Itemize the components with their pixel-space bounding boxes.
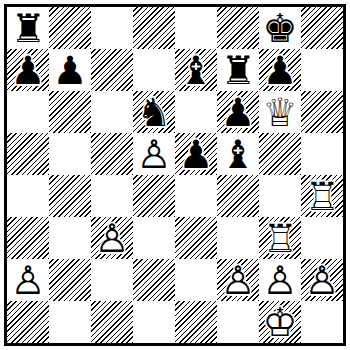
square-d6[interactable]: ♞♞ (133, 91, 175, 133)
black-pawn-halo: ♟ (49, 49, 91, 91)
square-f4[interactable] (217, 175, 259, 217)
square-d3[interactable] (133, 217, 175, 259)
square-g4[interactable] (259, 175, 301, 217)
square-g6[interactable]: ♛♕ (259, 91, 301, 133)
square-h4[interactable]: ♜♖ (301, 175, 343, 217)
black-knight-halo: ♞ (133, 91, 175, 133)
square-e3[interactable] (175, 217, 217, 259)
square-e2[interactable] (175, 259, 217, 301)
black-king-piece: ♚ (259, 7, 301, 49)
white-pawn-halo: ♟ (259, 259, 301, 301)
square-g5[interactable] (259, 133, 301, 175)
square-h1[interactable] (301, 301, 343, 343)
square-g8[interactable]: ♚♚ (259, 7, 301, 49)
square-a5[interactable] (7, 133, 49, 175)
white-pawn-piece: ♙ (91, 217, 133, 259)
square-h6[interactable] (301, 91, 343, 133)
black-knight-piece: ♞ (133, 91, 175, 133)
square-b1[interactable] (49, 301, 91, 343)
square-c4[interactable] (91, 175, 133, 217)
black-pawn-piece: ♟ (175, 133, 217, 175)
square-c3[interactable]: ♟♙ (91, 217, 133, 259)
black-pawn-piece: ♟ (217, 91, 259, 133)
square-h7[interactable] (301, 49, 343, 91)
black-pawn-halo: ♟ (7, 49, 49, 91)
black-bishop-halo: ♝ (217, 133, 259, 175)
white-rook-halo: ♜ (301, 175, 343, 217)
white-pawn-halo: ♟ (217, 259, 259, 301)
square-f6[interactable]: ♟♟ (217, 91, 259, 133)
square-a7[interactable]: ♟♟ (7, 49, 49, 91)
white-rook-piece: ♖ (259, 217, 301, 259)
square-b3[interactable] (49, 217, 91, 259)
square-b4[interactable] (49, 175, 91, 217)
square-f3[interactable] (217, 217, 259, 259)
square-a3[interactable] (7, 217, 49, 259)
black-king-halo: ♚ (259, 7, 301, 49)
black-pawn-halo: ♟ (175, 133, 217, 175)
white-queen-piece: ♕ (259, 91, 301, 133)
white-king-halo: ♚ (259, 301, 301, 343)
square-b2[interactable] (49, 259, 91, 301)
square-c1[interactable] (91, 301, 133, 343)
square-f2[interactable]: ♟♙ (217, 259, 259, 301)
white-pawn-piece: ♙ (133, 133, 175, 175)
square-g3[interactable]: ♜♖ (259, 217, 301, 259)
square-c8[interactable] (91, 7, 133, 49)
black-bishop-piece: ♝ (175, 49, 217, 91)
square-c5[interactable] (91, 133, 133, 175)
square-d8[interactable] (133, 7, 175, 49)
square-e8[interactable] (175, 7, 217, 49)
white-pawn-halo: ♟ (91, 217, 133, 259)
white-pawn-piece: ♙ (217, 259, 259, 301)
square-a4[interactable] (7, 175, 49, 217)
square-d4[interactable] (133, 175, 175, 217)
square-f7[interactable]: ♜♜ (217, 49, 259, 91)
black-rook-piece: ♜ (217, 49, 259, 91)
square-a8[interactable]: ♜♜ (7, 7, 49, 49)
square-e4[interactable] (175, 175, 217, 217)
square-a6[interactable] (7, 91, 49, 133)
white-rook-piece: ♖ (301, 175, 343, 217)
square-e7[interactable]: ♝♝ (175, 49, 217, 91)
white-pawn-halo: ♟ (133, 133, 175, 175)
square-e5[interactable]: ♟♟ (175, 133, 217, 175)
black-bishop-halo: ♝ (175, 49, 217, 91)
square-h2[interactable]: ♟♙ (301, 259, 343, 301)
black-rook-halo: ♜ (7, 7, 49, 49)
square-g2[interactable]: ♟♙ (259, 259, 301, 301)
square-b8[interactable] (49, 7, 91, 49)
white-pawn-piece: ♙ (7, 259, 49, 301)
white-king-piece: ♔ (259, 301, 301, 343)
black-pawn-piece: ♟ (259, 49, 301, 91)
square-b5[interactable] (49, 133, 91, 175)
square-d1[interactable] (133, 301, 175, 343)
black-rook-halo: ♜ (217, 49, 259, 91)
chess-board: ♜♜♚♚♟♟♟♟♝♝♜♜♟♟♞♞♟♟♛♕♟♙♟♟♝♝♜♖♟♙♜♖♟♙♟♙♟♙♟♙… (4, 4, 346, 346)
square-e1[interactable] (175, 301, 217, 343)
square-b6[interactable] (49, 91, 91, 133)
square-g1[interactable]: ♚♔ (259, 301, 301, 343)
square-b7[interactable]: ♟♟ (49, 49, 91, 91)
square-d5[interactable]: ♟♙ (133, 133, 175, 175)
chess-diagram: ♜♜♚♚♟♟♟♟♝♝♜♜♟♟♞♞♟♟♛♕♟♙♟♟♝♝♜♖♟♙♜♖♟♙♟♙♟♙♟♙… (0, 0, 350, 350)
black-rook-piece: ♜ (7, 7, 49, 49)
square-g7[interactable]: ♟♟ (259, 49, 301, 91)
white-pawn-halo: ♟ (7, 259, 49, 301)
square-h8[interactable] (301, 7, 343, 49)
square-c6[interactable] (91, 91, 133, 133)
square-a1[interactable] (7, 301, 49, 343)
square-c2[interactable] (91, 259, 133, 301)
white-pawn-halo: ♟ (301, 259, 343, 301)
square-f5[interactable]: ♝♝ (217, 133, 259, 175)
square-d2[interactable] (133, 259, 175, 301)
square-h5[interactable] (301, 133, 343, 175)
black-pawn-piece: ♟ (7, 49, 49, 91)
white-pawn-piece: ♙ (301, 259, 343, 301)
black-bishop-piece: ♝ (217, 133, 259, 175)
black-pawn-piece: ♟ (49, 49, 91, 91)
black-pawn-halo: ♟ (259, 49, 301, 91)
square-f8[interactable] (217, 7, 259, 49)
square-d7[interactable] (133, 49, 175, 91)
square-e6[interactable] (175, 91, 217, 133)
white-pawn-piece: ♙ (259, 259, 301, 301)
black-pawn-halo: ♟ (217, 91, 259, 133)
white-queen-halo: ♛ (259, 91, 301, 133)
square-c7[interactable] (91, 49, 133, 91)
white-rook-halo: ♜ (259, 217, 301, 259)
square-a2[interactable]: ♟♙ (7, 259, 49, 301)
square-f1[interactable] (217, 301, 259, 343)
square-h3[interactable] (301, 217, 343, 259)
